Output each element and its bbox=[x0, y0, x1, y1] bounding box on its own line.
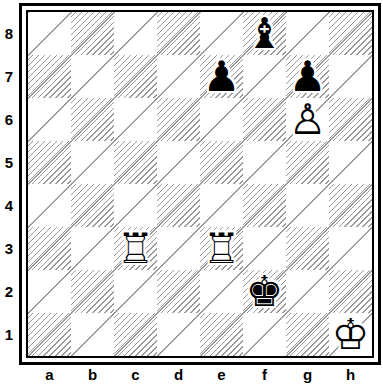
square-b3[interactable] bbox=[71, 227, 114, 270]
white-rook-icon: ♖ bbox=[203, 228, 241, 270]
square-b2[interactable] bbox=[71, 270, 114, 313]
board-inner-border: ♝♟♟♟♙♜♖♜♖♚♚♔ bbox=[26, 10, 374, 358]
square-a1[interactable] bbox=[28, 313, 71, 356]
black-king-icon: ♚ bbox=[246, 271, 284, 313]
square-h1[interactable]: ♚♔ bbox=[329, 313, 372, 356]
square-d7[interactable] bbox=[157, 55, 200, 98]
square-d5[interactable] bbox=[157, 141, 200, 184]
square-g4[interactable] bbox=[286, 184, 329, 227]
white-pawn-g6[interactable]: ♟♙ bbox=[286, 98, 329, 141]
file-label-f: f bbox=[243, 366, 286, 386]
square-g8[interactable] bbox=[286, 12, 329, 55]
file-labels: abcdefgh bbox=[28, 366, 372, 386]
rank-label-4: 4 bbox=[0, 184, 18, 227]
square-g7[interactable]: ♟ bbox=[286, 55, 329, 98]
square-g1[interactable] bbox=[286, 313, 329, 356]
file-label-c: c bbox=[114, 366, 157, 386]
rank-label-2: 2 bbox=[0, 270, 18, 313]
black-pawn-icon: ♟ bbox=[289, 56, 327, 98]
square-c8[interactable] bbox=[114, 12, 157, 55]
file-label-e: e bbox=[200, 366, 243, 386]
square-f1[interactable] bbox=[243, 313, 286, 356]
rank-labels: 87654321 bbox=[0, 12, 18, 356]
square-b1[interactable] bbox=[71, 313, 114, 356]
square-g2[interactable] bbox=[286, 270, 329, 313]
square-c5[interactable] bbox=[114, 141, 157, 184]
square-b6[interactable] bbox=[71, 98, 114, 141]
square-e6[interactable] bbox=[200, 98, 243, 141]
square-b7[interactable] bbox=[71, 55, 114, 98]
square-a3[interactable] bbox=[28, 227, 71, 270]
rank-label-7: 7 bbox=[0, 55, 18, 98]
square-h2[interactable] bbox=[329, 270, 372, 313]
file-label-a: a bbox=[28, 366, 71, 386]
square-h5[interactable] bbox=[329, 141, 372, 184]
rank-label-6: 6 bbox=[0, 98, 18, 141]
square-d6[interactable] bbox=[157, 98, 200, 141]
file-label-d: d bbox=[157, 366, 200, 386]
black-pawn-g7[interactable]: ♟ bbox=[286, 55, 329, 98]
rank-label-1: 1 bbox=[0, 313, 18, 356]
square-e8[interactable] bbox=[200, 12, 243, 55]
board-frame: ♝♟♟♟♙♜♖♜♖♚♚♔ bbox=[19, 3, 381, 365]
square-c1[interactable] bbox=[114, 313, 157, 356]
square-b5[interactable] bbox=[71, 141, 114, 184]
square-e5[interactable] bbox=[200, 141, 243, 184]
white-pawn-icon: ♙ bbox=[289, 99, 327, 141]
square-a7[interactable] bbox=[28, 55, 71, 98]
chess-diagram: 87654321 ♝♟♟♟♙♜♖♜♖♚♚♔ abcdefgh bbox=[0, 0, 383, 388]
file-label-g: g bbox=[286, 366, 329, 386]
chess-board: ♝♟♟♟♙♜♖♜♖♚♚♔ bbox=[28, 12, 372, 356]
square-c7[interactable] bbox=[114, 55, 157, 98]
square-c3[interactable]: ♜♖ bbox=[114, 227, 157, 270]
square-e3[interactable]: ♜♖ bbox=[200, 227, 243, 270]
square-g6[interactable]: ♟♙ bbox=[286, 98, 329, 141]
rank-label-3: 3 bbox=[0, 227, 18, 270]
square-h3[interactable] bbox=[329, 227, 372, 270]
black-pawn-icon: ♟ bbox=[203, 56, 241, 98]
white-king-h1[interactable]: ♚♔ bbox=[329, 313, 372, 356]
square-e2[interactable] bbox=[200, 270, 243, 313]
square-b4[interactable] bbox=[71, 184, 114, 227]
square-f3[interactable] bbox=[243, 227, 286, 270]
white-rook-icon: ♖ bbox=[117, 228, 155, 270]
square-d1[interactable] bbox=[157, 313, 200, 356]
square-d3[interactable] bbox=[157, 227, 200, 270]
black-king-f2[interactable]: ♚ bbox=[243, 270, 286, 313]
square-g5[interactable] bbox=[286, 141, 329, 184]
square-e4[interactable] bbox=[200, 184, 243, 227]
square-a2[interactable] bbox=[28, 270, 71, 313]
square-d4[interactable] bbox=[157, 184, 200, 227]
square-f7[interactable] bbox=[243, 55, 286, 98]
rank-label-8: 8 bbox=[0, 12, 18, 55]
file-label-h: h bbox=[329, 366, 372, 386]
square-d8[interactable] bbox=[157, 12, 200, 55]
square-a8[interactable] bbox=[28, 12, 71, 55]
square-d2[interactable] bbox=[157, 270, 200, 313]
square-c6[interactable] bbox=[114, 98, 157, 141]
square-c4[interactable] bbox=[114, 184, 157, 227]
white-rook-e3[interactable]: ♜♖ bbox=[200, 227, 243, 270]
white-rook-c3[interactable]: ♜♖ bbox=[114, 227, 157, 270]
square-f2[interactable]: ♚ bbox=[243, 270, 286, 313]
black-bishop-icon: ♝ bbox=[246, 13, 284, 55]
square-h8[interactable] bbox=[329, 12, 372, 55]
square-h6[interactable] bbox=[329, 98, 372, 141]
file-label-b: b bbox=[71, 366, 114, 386]
square-g3[interactable] bbox=[286, 227, 329, 270]
square-a4[interactable] bbox=[28, 184, 71, 227]
black-pawn-e7[interactable]: ♟ bbox=[200, 55, 243, 98]
rank-label-5: 5 bbox=[0, 141, 18, 184]
square-e1[interactable] bbox=[200, 313, 243, 356]
square-f6[interactable] bbox=[243, 98, 286, 141]
square-h4[interactable] bbox=[329, 184, 372, 227]
square-c2[interactable] bbox=[114, 270, 157, 313]
square-b8[interactable] bbox=[71, 12, 114, 55]
square-a5[interactable] bbox=[28, 141, 71, 184]
white-king-icon: ♔ bbox=[332, 314, 370, 356]
square-f8[interactable]: ♝ bbox=[243, 12, 286, 55]
square-h7[interactable] bbox=[329, 55, 372, 98]
black-bishop-f8[interactable]: ♝ bbox=[243, 12, 286, 55]
square-f5[interactable] bbox=[243, 141, 286, 184]
square-e7[interactable]: ♟ bbox=[200, 55, 243, 98]
square-f4[interactable] bbox=[243, 184, 286, 227]
square-a6[interactable] bbox=[28, 98, 71, 141]
